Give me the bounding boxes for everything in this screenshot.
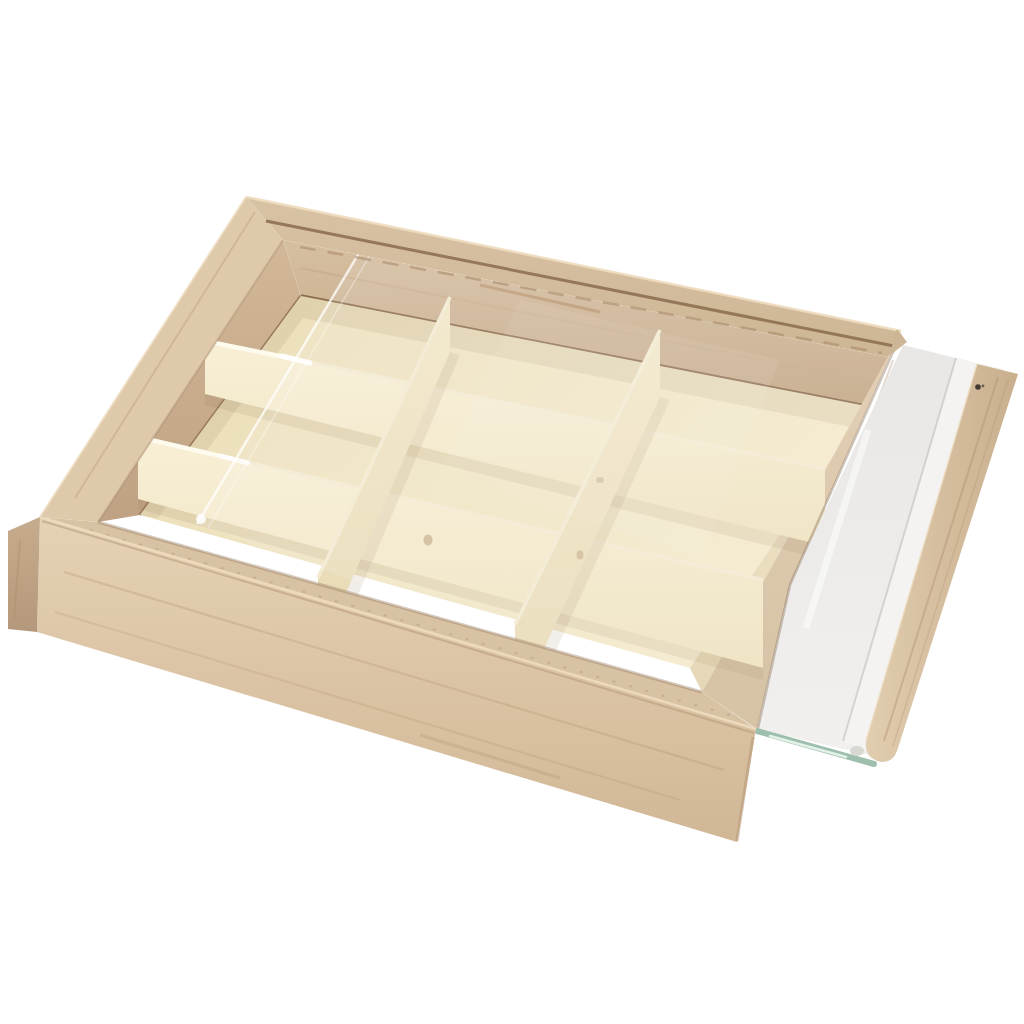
left-end-face <box>8 517 40 632</box>
glue-blob <box>850 746 864 756</box>
product-photo <box>0 0 1024 1024</box>
dark-speck <box>975 384 981 390</box>
dark-speck-2 <box>982 385 985 388</box>
glass-corner-glint <box>196 514 206 524</box>
wooden-box-illustration <box>0 0 1024 1024</box>
